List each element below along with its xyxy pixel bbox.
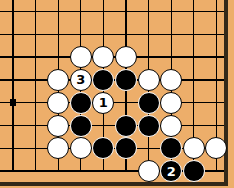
stone-white [160, 115, 182, 137]
stone-white-move-3: 3 [70, 69, 92, 91]
stone-black [138, 92, 160, 114]
stone-white [47, 137, 69, 159]
stone-white [47, 115, 69, 137]
stone-black [70, 92, 92, 114]
star-point [10, 99, 17, 106]
stone-white [183, 137, 205, 159]
stone-black [138, 115, 160, 137]
stone-white [47, 69, 69, 91]
stone-white-move-1: 1 [92, 92, 114, 114]
stone-black [115, 69, 137, 91]
move-number-label: 2 [167, 165, 176, 178]
move-number-label: 3 [76, 73, 85, 86]
grid-line-vertical [12, 0, 13, 172]
stone-white [47, 92, 69, 114]
stone-black [160, 137, 182, 159]
stone-white [160, 69, 182, 91]
stone-white [160, 92, 182, 114]
stone-white [70, 46, 92, 68]
stone-white [92, 46, 114, 68]
stone-white [115, 46, 137, 68]
grid-line-vertical [35, 0, 36, 172]
move-number-label: 1 [99, 96, 108, 109]
stone-black [92, 69, 114, 91]
stone-black [70, 115, 92, 137]
board-edge-right [224, 0, 228, 186]
board-edge-bottom [0, 182, 224, 186]
stone-black [183, 160, 205, 182]
stone-white [138, 69, 160, 91]
go-board: 312 [0, 0, 234, 188]
stone-black [92, 137, 114, 159]
stone-black-move-2: 2 [160, 160, 182, 182]
grid-line-horizontal [0, 11, 224, 12]
grid-line-horizontal [0, 125, 224, 126]
stone-black [115, 137, 137, 159]
stone-white [138, 160, 160, 182]
stone-white [70, 137, 92, 159]
grid-line-horizontal [0, 34, 224, 35]
stone-black [115, 115, 137, 137]
